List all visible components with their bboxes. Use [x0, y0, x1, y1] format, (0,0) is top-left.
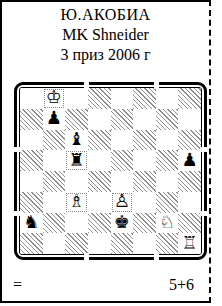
square-h7[interactable] — [178, 109, 201, 130]
square-e3[interactable]: ♙ — [111, 192, 134, 213]
border-gap — [84, 82, 89, 89]
border-gap — [200, 147, 207, 152]
piece-white-knight: ♘ — [159, 213, 175, 231]
square-g2[interactable]: ♘ — [156, 213, 179, 234]
piece-black-pawn: ♟ — [46, 109, 62, 127]
square-f3[interactable] — [133, 192, 156, 213]
square-g5[interactable] — [156, 150, 179, 171]
piece-white-king: ♔ — [46, 88, 62, 106]
square-h6[interactable] — [178, 130, 201, 151]
square-f1[interactable] — [133, 233, 156, 254]
square-h4[interactable] — [178, 171, 201, 192]
square-f4[interactable] — [133, 171, 156, 192]
square-c5[interactable]: ♜ — [65, 150, 88, 171]
square-h8[interactable] — [178, 88, 201, 109]
square-d7[interactable] — [88, 109, 111, 130]
square-g1[interactable] — [156, 233, 179, 254]
square-b1[interactable] — [43, 233, 66, 254]
square-a4[interactable] — [20, 171, 43, 192]
square-e8[interactable] — [111, 88, 134, 109]
square-e4[interactable] — [111, 171, 134, 192]
board-grid: ♔♟♝♜♟♗♙♞♚♘♖ — [19, 87, 202, 255]
piece-black-bishop: ♝ — [68, 130, 84, 148]
award: 3 приз 2006 г — [0, 45, 211, 65]
square-g7[interactable] — [156, 109, 179, 130]
square-f7[interactable] — [133, 109, 156, 130]
study-diagram-page: Ю.АКОБИА MK Shneider 3 приз 2006 г ♔♟♝♜♟… — [0, 0, 222, 306]
border-gap — [14, 147, 21, 152]
border-gap — [200, 211, 207, 216]
square-h2[interactable] — [178, 213, 201, 234]
square-c1[interactable] — [65, 233, 88, 254]
piece-black-pawn: ♟ — [182, 151, 198, 169]
square-a1[interactable] — [20, 233, 43, 254]
piece-white-bishop: ♗ — [68, 192, 84, 210]
piece-white-pawn: ♙ — [114, 192, 130, 210]
square-d2[interactable] — [88, 213, 111, 234]
square-b5[interactable] — [43, 150, 66, 171]
square-f5[interactable] — [133, 150, 156, 171]
square-b2[interactable] — [43, 213, 66, 234]
square-c6[interactable]: ♝ — [65, 130, 88, 151]
square-d4[interactable] — [88, 171, 111, 192]
square-a5[interactable] — [20, 150, 43, 171]
diagram-header: Ю.АКОБИА MK Shneider 3 приз 2006 г — [0, 5, 211, 65]
square-a6[interactable] — [20, 130, 43, 151]
square-e5[interactable] — [111, 150, 134, 171]
square-c4[interactable] — [65, 171, 88, 192]
square-d6[interactable] — [88, 130, 111, 151]
square-e2[interactable]: ♚ — [111, 213, 134, 234]
square-h1[interactable]: ♖ — [178, 233, 201, 254]
square-d1[interactable] — [88, 233, 111, 254]
border-gap — [14, 211, 21, 216]
square-f6[interactable] — [133, 130, 156, 151]
square-a7[interactable] — [20, 109, 43, 130]
square-e1[interactable] — [111, 233, 134, 254]
square-g4[interactable] — [156, 171, 179, 192]
square-g3[interactable] — [156, 192, 179, 213]
square-a2[interactable]: ♞ — [20, 213, 43, 234]
border-gap — [84, 253, 89, 260]
stipulation-goal: = — [13, 276, 22, 294]
dedication: MK Shneider — [0, 25, 211, 45]
square-h3[interactable] — [178, 192, 201, 213]
square-b8[interactable]: ♔ — [43, 88, 66, 109]
square-c8[interactable] — [65, 88, 88, 109]
square-h5[interactable]: ♟ — [178, 150, 201, 171]
square-d5[interactable] — [88, 150, 111, 171]
material-count: 5+6 — [169, 276, 194, 294]
square-c7[interactable] — [65, 109, 88, 130]
square-c2[interactable] — [65, 213, 88, 234]
square-f2[interactable] — [133, 213, 156, 234]
composer-name: Ю.АКОБИА — [0, 5, 211, 25]
chess-board: ♔♟♝♜♟♗♙♞♚♘♖ — [14, 82, 207, 260]
square-b4[interactable] — [43, 171, 66, 192]
square-b7[interactable]: ♟ — [43, 109, 66, 130]
border-gap — [154, 253, 159, 260]
square-d3[interactable] — [88, 192, 111, 213]
border-gap — [154, 82, 159, 89]
square-c3[interactable]: ♗ — [65, 192, 88, 213]
square-d8[interactable] — [88, 88, 111, 109]
square-a8[interactable] — [20, 88, 43, 109]
square-g6[interactable] — [156, 130, 179, 151]
square-b6[interactable] — [43, 130, 66, 151]
square-b3[interactable] — [43, 192, 66, 213]
square-e7[interactable] — [111, 109, 134, 130]
square-f8[interactable] — [133, 88, 156, 109]
piece-white-rook: ♖ — [182, 234, 198, 252]
piece-black-knight: ♞ — [23, 213, 39, 231]
square-e6[interactable] — [111, 130, 134, 151]
piece-black-king: ♚ — [114, 213, 130, 231]
piece-black-rook: ♜ — [68, 151, 84, 169]
square-g8[interactable] — [156, 88, 179, 109]
square-a3[interactable] — [20, 192, 43, 213]
